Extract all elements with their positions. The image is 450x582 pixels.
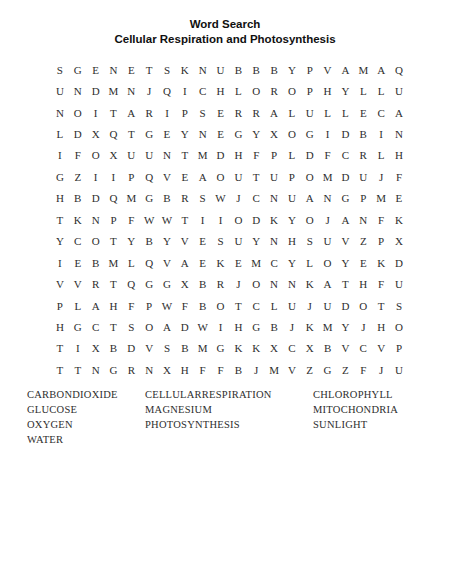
grid-cell-r10c3[interactable]: B (87, 252, 105, 273)
grid-cell-r15c4[interactable]: G (105, 359, 123, 380)
grid-cell-r2c1[interactable]: U (51, 80, 69, 101)
grid-cell-r13c11[interactable]: H (229, 316, 247, 337)
grid-cell-r5c13[interactable]: P (265, 145, 283, 166)
grid-cell-r12c9[interactable]: B (194, 295, 212, 316)
grid-cell-r4c13[interactable]: X (265, 123, 283, 144)
grid-cell-r13c13[interactable]: B (265, 316, 283, 337)
grid-cell-r6c7[interactable]: V (158, 166, 176, 187)
grid-cell-r5c4[interactable]: X (105, 145, 123, 166)
grid-cell-r14c5[interactable]: D (122, 338, 140, 359)
grid-cell-r2c3[interactable]: D (87, 80, 105, 101)
grid-cell-r10c14[interactable]: Y (283, 252, 301, 273)
grid-cell-r4c10[interactable]: E (212, 123, 230, 144)
grid-cell-r15c7[interactable]: X (158, 359, 176, 380)
grid-cell-r2c18[interactable]: L (354, 80, 372, 101)
grid-cell-r13c16[interactable]: M (319, 316, 337, 337)
grid-cell-r8c14[interactable]: Y (283, 209, 301, 230)
grid-cell-r4c17[interactable]: D (337, 123, 355, 144)
grid-cell-r8c18[interactable]: N (354, 209, 372, 230)
grid-cell-r3c18[interactable]: E (354, 102, 372, 123)
grid-cell-r3c7[interactable]: I (158, 102, 176, 123)
grid-cell-r3c15[interactable]: U (301, 102, 319, 123)
grid-cell-r3c5[interactable]: A (122, 102, 140, 123)
grid-cell-r4c18[interactable]: B (354, 123, 372, 144)
grid-cell-r13c18[interactable]: J (354, 316, 372, 337)
grid-cell-r11c6[interactable]: G (140, 273, 158, 294)
grid-cell-r4c7[interactable]: E (158, 123, 176, 144)
grid-cell-r11c15[interactable]: K (301, 273, 319, 294)
grid-cell-r1c8[interactable]: K (176, 59, 194, 80)
grid-cell-r14c8[interactable]: B (176, 338, 194, 359)
grid-cell-r4c19[interactable]: I (372, 123, 390, 144)
grid-cell-r3c11[interactable]: R (229, 102, 247, 123)
grid-cell-r4c6[interactable]: G (140, 123, 158, 144)
grid-cell-r1c18[interactable]: M (354, 59, 372, 80)
grid-cell-r1c4[interactable]: N (105, 59, 123, 80)
grid-cell-r13c19[interactable]: H (372, 316, 390, 337)
grid-cell-r6c6[interactable]: Q (140, 166, 158, 187)
grid-cell-r14c16[interactable]: B (319, 338, 337, 359)
grid-cell-r13c10[interactable]: I (212, 316, 230, 337)
grid-cell-r9c13[interactable]: N (265, 231, 283, 252)
grid-cell-r8c2[interactable]: K (69, 209, 87, 230)
grid-cell-r14c12[interactable]: K (247, 338, 265, 359)
grid-cell-r5c3[interactable]: O (87, 145, 105, 166)
grid-cell-r3c17[interactable]: L (337, 102, 355, 123)
grid-cell-r7c7[interactable]: B (158, 188, 176, 209)
grid-cell-r7c3[interactable]: D (87, 188, 105, 209)
grid-cell-r7c1[interactable]: H (51, 188, 69, 209)
grid-cell-r5c17[interactable]: C (337, 145, 355, 166)
grid-cell-r6c11[interactable]: U (229, 166, 247, 187)
grid-cell-r2c5[interactable]: N (122, 80, 140, 101)
grid-cell-r2c15[interactable]: P (301, 80, 319, 101)
grid-cell-r12c8[interactable]: F (176, 295, 194, 316)
grid-cell-r1c20[interactable]: Q (390, 59, 408, 80)
grid-cell-r7c16[interactable]: N (319, 188, 337, 209)
grid-cell-r4c1[interactable]: L (51, 123, 69, 144)
grid-cell-r9c4[interactable]: T (105, 231, 123, 252)
grid-cell-r5c11[interactable]: H (229, 145, 247, 166)
grid-cell-r1c3[interactable]: E (87, 59, 105, 80)
grid-cell-r15c11[interactable]: B (229, 359, 247, 380)
grid-cell-r10c20[interactable]: D (390, 252, 408, 273)
grid-cell-r12c18[interactable]: O (354, 295, 372, 316)
grid-cell-r14c19[interactable]: V (372, 338, 390, 359)
grid-cell-r2c10[interactable]: H (212, 80, 230, 101)
grid-cell-r14c2[interactable]: I (69, 338, 87, 359)
grid-cell-r4c8[interactable]: Y (176, 123, 194, 144)
grid-cell-r5c7[interactable]: N (158, 145, 176, 166)
grid-cell-r10c11[interactable]: E (229, 252, 247, 273)
grid-cell-r7c18[interactable]: P (354, 188, 372, 209)
grid-cell-r5c2[interactable]: F (69, 145, 87, 166)
grid-cell-r6c10[interactable]: O (212, 166, 230, 187)
grid-cell-r8c19[interactable]: F (372, 209, 390, 230)
grid-cell-r10c16[interactable]: O (319, 252, 337, 273)
grid-cell-r5c20[interactable]: H (390, 145, 408, 166)
grid-cell-r2c9[interactable]: C (194, 80, 212, 101)
grid-cell-r7c5[interactable]: M (122, 188, 140, 209)
grid-cell-r3c2[interactable]: O (69, 102, 87, 123)
grid-cell-r11c5[interactable]: Q (122, 273, 140, 294)
grid-cell-r7c20[interactable]: E (390, 188, 408, 209)
grid-cell-r9c20[interactable]: X (390, 231, 408, 252)
grid-cell-r5c12[interactable]: F (247, 145, 265, 166)
grid-cell-r2c7[interactable]: Q (158, 80, 176, 101)
grid-cell-r6c9[interactable]: A (194, 166, 212, 187)
grid-cell-r7c11[interactable]: J (229, 188, 247, 209)
grid-cell-r8c12[interactable]: D (247, 209, 265, 230)
grid-cell-r15c13[interactable]: M (265, 359, 283, 380)
grid-cell-r6c12[interactable]: T (247, 166, 265, 187)
grid-cell-r15c9[interactable]: F (194, 359, 212, 380)
grid-cell-r7c4[interactable]: Q (105, 188, 123, 209)
grid-cell-r1c15[interactable]: P (301, 59, 319, 80)
grid-cell-r8c10[interactable]: I (212, 209, 230, 230)
grid-cell-r11c12[interactable]: O (247, 273, 265, 294)
grid-cell-r13c20[interactable]: O (390, 316, 408, 337)
grid-cell-r6c5[interactable]: P (122, 166, 140, 187)
grid-cell-r4c11[interactable]: G (229, 123, 247, 144)
grid-cell-r5c8[interactable]: T (176, 145, 194, 166)
grid-cell-r2c12[interactable]: O (247, 80, 265, 101)
grid-cell-r9c10[interactable]: S (212, 231, 230, 252)
grid-cell-r9c14[interactable]: H (283, 231, 301, 252)
grid-cell-r6c14[interactable]: P (283, 166, 301, 187)
grid-cell-r5c19[interactable]: L (372, 145, 390, 166)
grid-cell-r4c4[interactable]: Q (105, 123, 123, 144)
grid-cell-r2c16[interactable]: H (319, 80, 337, 101)
grid-cell-r14c17[interactable]: V (337, 338, 355, 359)
grid-cell-r6c18[interactable]: U (354, 166, 372, 187)
grid-cell-r15c8[interactable]: H (176, 359, 194, 380)
grid-cell-r2c6[interactable]: J (140, 80, 158, 101)
grid-cell-r11c9[interactable]: B (194, 273, 212, 294)
grid-cell-r11c4[interactable]: T (105, 273, 123, 294)
grid-cell-r5c14[interactable]: L (283, 145, 301, 166)
grid-cell-r10c4[interactable]: M (105, 252, 123, 273)
grid-cell-r3c10[interactable]: E (212, 102, 230, 123)
grid-cell-r8c4[interactable]: P (105, 209, 123, 230)
grid-cell-r5c9[interactable]: M (194, 145, 212, 166)
grid-cell-r6c4[interactable]: I (105, 166, 123, 187)
grid-cell-r1c2[interactable]: G (69, 59, 87, 80)
grid-cell-r2c4[interactable]: M (105, 80, 123, 101)
grid-cell-r11c7[interactable]: G (158, 273, 176, 294)
grid-cell-r13c15[interactable]: K (301, 316, 319, 337)
grid-cell-r8c8[interactable]: T (176, 209, 194, 230)
grid-cell-r7c13[interactable]: N (265, 188, 283, 209)
grid-cell-r8c11[interactable]: O (229, 209, 247, 230)
grid-cell-r10c10[interactable]: K (212, 252, 230, 273)
grid-cell-r1c17[interactable]: A (337, 59, 355, 80)
grid-cell-r12c7[interactable]: W (158, 295, 176, 316)
grid-cell-r12c5[interactable]: F (122, 295, 140, 316)
grid-cell-r11c20[interactable]: U (390, 273, 408, 294)
grid-cell-r4c15[interactable]: G (301, 123, 319, 144)
grid-cell-r4c12[interactable]: Y (247, 123, 265, 144)
grid-cell-r15c10[interactable]: F (212, 359, 230, 380)
grid-cell-r11c2[interactable]: V (69, 273, 87, 294)
grid-cell-r4c16[interactable]: I (319, 123, 337, 144)
grid-cell-r1c10[interactable]: U (212, 59, 230, 80)
grid-cell-r13c4[interactable]: T (105, 316, 123, 337)
grid-cell-r10c13[interactable]: C (265, 252, 283, 273)
grid-cell-r9c18[interactable]: Z (354, 231, 372, 252)
grid-cell-r15c20[interactable]: U (390, 359, 408, 380)
grid-cell-r8c17[interactable]: A (337, 209, 355, 230)
grid-cell-r2c14[interactable]: O (283, 80, 301, 101)
grid-cell-r3c20[interactable]: A (390, 102, 408, 123)
grid-cell-r2c17[interactable]: Y (337, 80, 355, 101)
grid-cell-r12c2[interactable]: L (69, 295, 87, 316)
grid-cell-r8c20[interactable]: K (390, 209, 408, 230)
grid-cell-r6c15[interactable]: O (301, 166, 319, 187)
grid-cell-r11c1[interactable]: V (51, 273, 69, 294)
grid-cell-r14c3[interactable]: X (87, 338, 105, 359)
grid-cell-r10c19[interactable]: K (372, 252, 390, 273)
grid-cell-r11c16[interactable]: A (319, 273, 337, 294)
grid-cell-r4c3[interactable]: X (87, 123, 105, 144)
grid-cell-r6c2[interactable]: Z (69, 166, 87, 187)
grid-cell-r1c5[interactable]: E (122, 59, 140, 80)
grid-cell-r6c20[interactable]: F (390, 166, 408, 187)
grid-cell-r10c1[interactable]: I (51, 252, 69, 273)
grid-cell-r7c2[interactable]: B (69, 188, 87, 209)
grid-cell-r8c5[interactable]: F (122, 209, 140, 230)
grid-cell-r12c4[interactable]: H (105, 295, 123, 316)
grid-cell-r7c14[interactable]: U (283, 188, 301, 209)
grid-cell-r15c17[interactable]: Z (337, 359, 355, 380)
grid-cell-r5c5[interactable]: U (122, 145, 140, 166)
grid-cell-r15c1[interactable]: T (51, 359, 69, 380)
grid-cell-r11c17[interactable]: T (337, 273, 355, 294)
grid-cell-r9c8[interactable]: V (176, 231, 194, 252)
grid-cell-r8c16[interactable]: J (319, 209, 337, 230)
grid-cell-r1c6[interactable]: T (140, 59, 158, 80)
grid-cell-r12c16[interactable]: U (319, 295, 337, 316)
grid-cell-r7c19[interactable]: M (372, 188, 390, 209)
grid-cell-r1c16[interactable]: V (319, 59, 337, 80)
grid-cell-r15c5[interactable]: R (122, 359, 140, 380)
grid-cell-r7c8[interactable]: R (176, 188, 194, 209)
grid-cell-r5c16[interactable]: F (319, 145, 337, 166)
grid-cell-r11c8[interactable]: X (176, 273, 194, 294)
grid-cell-r12c13[interactable]: L (265, 295, 283, 316)
grid-cell-r10c9[interactable]: E (194, 252, 212, 273)
grid-cell-r15c15[interactable]: Z (301, 359, 319, 380)
grid-cell-r9c15[interactable]: S (301, 231, 319, 252)
grid-cell-r7c6[interactable]: G (140, 188, 158, 209)
grid-cell-r6c3[interactable]: I (87, 166, 105, 187)
grid-cell-r11c3[interactable]: R (87, 273, 105, 294)
grid-cell-r9c17[interactable]: V (337, 231, 355, 252)
grid-cell-r4c9[interactable]: N (194, 123, 212, 144)
grid-cell-r8c13[interactable]: K (265, 209, 283, 230)
grid-cell-r1c12[interactable]: B (247, 59, 265, 80)
grid-cell-r11c14[interactable]: N (283, 273, 301, 294)
grid-cell-r15c2[interactable]: T (69, 359, 87, 380)
grid-cell-r1c9[interactable]: N (194, 59, 212, 80)
grid-cell-r11c19[interactable]: F (372, 273, 390, 294)
grid-cell-r2c8[interactable]: I (176, 80, 194, 101)
grid-cell-r13c14[interactable]: J (283, 316, 301, 337)
grid-cell-r3c4[interactable]: T (105, 102, 123, 123)
grid-cell-r3c13[interactable]: A (265, 102, 283, 123)
grid-cell-r13c12[interactable]: G (247, 316, 265, 337)
grid-cell-r2c11[interactable]: L (229, 80, 247, 101)
grid-cell-r14c7[interactable]: S (158, 338, 176, 359)
grid-cell-r9c16[interactable]: U (319, 231, 337, 252)
grid-cell-r7c10[interactable]: W (212, 188, 230, 209)
grid-cell-r14c18[interactable]: C (354, 338, 372, 359)
grid-cell-r9c2[interactable]: C (69, 231, 87, 252)
grid-cell-r11c11[interactable]: J (229, 273, 247, 294)
grid-cell-r10c5[interactable]: L (122, 252, 140, 273)
grid-cell-r9c19[interactable]: P (372, 231, 390, 252)
grid-cell-r10c8[interactable]: A (176, 252, 194, 273)
grid-cell-r5c15[interactable]: D (301, 145, 319, 166)
grid-cell-r14c6[interactable]: V (140, 338, 158, 359)
grid-cell-r3c3[interactable]: I (87, 102, 105, 123)
grid-cell-r2c2[interactable]: N (69, 80, 87, 101)
grid-cell-r12c17[interactable]: D (337, 295, 355, 316)
grid-cell-r12c19[interactable]: T (372, 295, 390, 316)
grid-cell-r13c6[interactable]: O (140, 316, 158, 337)
grid-cell-r9c12[interactable]: Y (247, 231, 265, 252)
grid-cell-r11c13[interactable]: N (265, 273, 283, 294)
grid-cell-r8c3[interactable]: N (87, 209, 105, 230)
grid-cell-r13c7[interactable]: A (158, 316, 176, 337)
grid-cell-r3c9[interactable]: S (194, 102, 212, 123)
grid-cell-r10c15[interactable]: L (301, 252, 319, 273)
grid-cell-r13c3[interactable]: C (87, 316, 105, 337)
grid-cell-r3c19[interactable]: C (372, 102, 390, 123)
grid-cell-r15c16[interactable]: G (319, 359, 337, 380)
grid-cell-r14c10[interactable]: G (212, 338, 230, 359)
grid-cell-r12c6[interactable]: P (140, 295, 158, 316)
grid-cell-r9c7[interactable]: Y (158, 231, 176, 252)
grid-cell-r1c1[interactable]: S (51, 59, 69, 80)
grid-cell-r1c13[interactable]: B (265, 59, 283, 80)
grid-cell-r1c19[interactable]: A (372, 59, 390, 80)
grid-cell-r1c7[interactable]: S (158, 59, 176, 80)
grid-cell-r14c9[interactable]: M (194, 338, 212, 359)
grid-cell-r6c1[interactable]: G (51, 166, 69, 187)
grid-cell-r7c12[interactable]: C (247, 188, 265, 209)
grid-cell-r7c9[interactable]: S (194, 188, 212, 209)
grid-cell-r3c12[interactable]: R (247, 102, 265, 123)
grid-cell-r5c1[interactable]: I (51, 145, 69, 166)
grid-cell-r11c18[interactable]: H (354, 273, 372, 294)
grid-cell-r15c18[interactable]: F (354, 359, 372, 380)
grid-cell-r9c1[interactable]: Y (51, 231, 69, 252)
grid-cell-r6c19[interactable]: J (372, 166, 390, 187)
grid-cell-r3c14[interactable]: L (283, 102, 301, 123)
grid-cell-r12c3[interactable]: A (87, 295, 105, 316)
grid-cell-r14c20[interactable]: P (390, 338, 408, 359)
grid-cell-r2c13[interactable]: R (265, 80, 283, 101)
grid-cell-r6c17[interactable]: D (337, 166, 355, 187)
grid-cell-r8c15[interactable]: O (301, 209, 319, 230)
grid-cell-r12c15[interactable]: J (301, 295, 319, 316)
grid-cell-r12c20[interactable]: S (390, 295, 408, 316)
grid-cell-r14c11[interactable]: K (229, 338, 247, 359)
grid-cell-r12c1[interactable]: P (51, 295, 69, 316)
grid-cell-r14c15[interactable]: X (301, 338, 319, 359)
grid-cell-r12c10[interactable]: O (212, 295, 230, 316)
grid-cell-r11c10[interactable]: R (212, 273, 230, 294)
grid-cell-r14c4[interactable]: B (105, 338, 123, 359)
grid-cell-r12c14[interactable]: U (283, 295, 301, 316)
grid-cell-r3c1[interactable]: N (51, 102, 69, 123)
grid-cell-r13c9[interactable]: W (194, 316, 212, 337)
grid-cell-r15c3[interactable]: N (87, 359, 105, 380)
grid-cell-r10c6[interactable]: Q (140, 252, 158, 273)
grid-cell-r13c5[interactable]: S (122, 316, 140, 337)
grid-cell-r1c11[interactable]: B (229, 59, 247, 80)
grid-cell-r10c17[interactable]: Y (337, 252, 355, 273)
grid-cell-r10c2[interactable]: E (69, 252, 87, 273)
grid-cell-r13c1[interactable]: H (51, 316, 69, 337)
grid-cell-r3c16[interactable]: L (319, 102, 337, 123)
grid-cell-r9c9[interactable]: E (194, 231, 212, 252)
grid-cell-r9c3[interactable]: O (87, 231, 105, 252)
grid-cell-r4c20[interactable]: N (390, 123, 408, 144)
grid-cell-r2c20[interactable]: U (390, 80, 408, 101)
grid-cell-r15c19[interactable]: J (372, 359, 390, 380)
grid-cell-r9c5[interactable]: Y (122, 231, 140, 252)
grid-cell-r9c6[interactable]: B (140, 231, 158, 252)
grid-cell-r8c6[interactable]: W (140, 209, 158, 230)
grid-cell-r15c14[interactable]: V (283, 359, 301, 380)
grid-cell-r10c18[interactable]: E (354, 252, 372, 273)
grid-cell-r13c2[interactable]: G (69, 316, 87, 337)
grid-cell-r12c11[interactable]: T (229, 295, 247, 316)
grid-cell-r15c6[interactable]: N (140, 359, 158, 380)
grid-cell-r2c19[interactable]: L (372, 80, 390, 101)
grid-cell-r12c12[interactable]: C (247, 295, 265, 316)
grid-cell-r9c11[interactable]: U (229, 231, 247, 252)
grid-cell-r14c1[interactable]: T (51, 338, 69, 359)
grid-cell-r4c14[interactable]: O (283, 123, 301, 144)
grid-cell-r15c12[interactable]: J (247, 359, 265, 380)
grid-cell-r3c8[interactable]: P (176, 102, 194, 123)
grid-cell-r4c2[interactable]: D (69, 123, 87, 144)
grid-cell-r4c5[interactable]: T (122, 123, 140, 144)
grid-cell-r13c8[interactable]: D (176, 316, 194, 337)
grid-cell-r7c15[interactable]: A (301, 188, 319, 209)
grid-cell-r7c17[interactable]: G (337, 188, 355, 209)
grid-cell-r10c12[interactable]: M (247, 252, 265, 273)
grid-cell-r8c9[interactable]: I (194, 209, 212, 230)
grid-cell-r5c6[interactable]: U (140, 145, 158, 166)
grid-cell-r1c14[interactable]: Y (283, 59, 301, 80)
grid-cell-r14c14[interactable]: C (283, 338, 301, 359)
grid-cell-r8c7[interactable]: W (158, 209, 176, 230)
grid-cell-r6c8[interactable]: E (176, 166, 194, 187)
grid-cell-r6c16[interactable]: M (319, 166, 337, 187)
grid-cell-r5c10[interactable]: D (212, 145, 230, 166)
grid-cell-r13c17[interactable]: Y (337, 316, 355, 337)
grid-cell-r10c7[interactable]: V (158, 252, 176, 273)
grid-cell-r14c13[interactable]: X (265, 338, 283, 359)
grid-cell-r3c6[interactable]: R (140, 102, 158, 123)
grid-cell-r8c1[interactable]: T (51, 209, 69, 230)
grid-cell-r5c18[interactable]: R (354, 145, 372, 166)
grid-cell-r6c13[interactable]: U (265, 166, 283, 187)
